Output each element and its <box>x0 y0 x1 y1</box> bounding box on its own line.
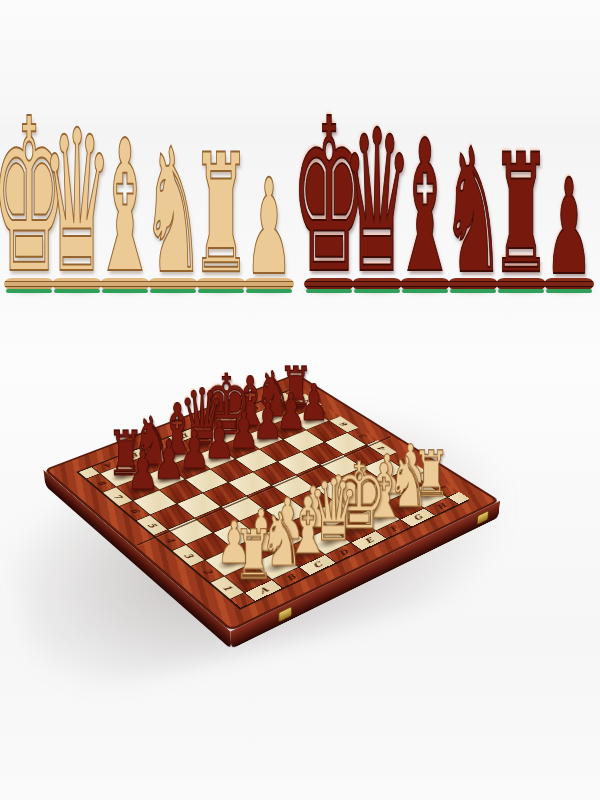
felt-base <box>546 289 592 293</box>
lineup-white_set-rook: ♜ <box>197 112 245 294</box>
coordinate-label: 6 <box>128 507 141 514</box>
coordinate-label: F <box>387 525 400 533</box>
coordinate-label: 3 <box>181 552 195 560</box>
coordinate-label: 1 <box>220 584 234 592</box>
coordinate-label: 6 <box>338 421 350 427</box>
pawn-piece: ♟ <box>245 176 292 279</box>
felt-base <box>450 289 496 293</box>
coordinate-label: 8 <box>95 480 108 487</box>
lineup-white-set: ♚♛♝♞♜♟ <box>5 112 293 294</box>
coordinate-label: A <box>256 586 270 595</box>
piece-red-pawn-a7: ♟ <box>126 449 158 493</box>
felt-base <box>198 289 244 293</box>
felt-base <box>102 289 148 293</box>
coordinate-label: G <box>411 513 425 521</box>
lineup-white_set-pawn: ♟ <box>245 112 293 294</box>
coordinate-label: E <box>362 537 376 545</box>
coordinate-label: 5 <box>356 433 368 439</box>
coordinate-label: H <box>434 502 449 510</box>
felt-base <box>246 289 292 293</box>
square-d5 <box>229 472 271 495</box>
coordinate-label: 4 <box>163 536 177 544</box>
brass-clasp <box>278 606 291 622</box>
piece-white-rook-a1: ♜ <box>234 528 275 583</box>
rook-piece: ♜ <box>192 151 251 279</box>
lineup-red-set: ♚♛♝♞♜♟ <box>305 112 593 294</box>
board-scene: ABCDEFGH8♜♞♝♛♚♝♞♜87♟♟♟♟♟♟♟♟7665544332♟♟♟… <box>0 295 600 695</box>
felt-base <box>150 289 196 293</box>
product-photo: ♚♛♝♞♜♟ ♚♛♝♞♜♟ ABCDEFGH8♜♞♝♛♚♝♞♜87♟♟♟♟♟♟♟… <box>0 0 600 800</box>
lineup-white_set-knight: ♞ <box>149 112 197 294</box>
coordinate-label: 5 <box>145 521 159 528</box>
coordinate-label: C <box>310 561 324 570</box>
felt-base <box>402 289 448 293</box>
lineup-red_set-pawn: ♟ <box>545 112 593 294</box>
lineup-red_set-knight: ♞ <box>449 112 497 294</box>
felt-base <box>498 289 544 293</box>
lineup-red_set-rook: ♜ <box>497 112 545 294</box>
coordinate-label: D <box>336 548 351 557</box>
coordinate-label: 2 <box>200 567 214 575</box>
brass-clasp <box>477 510 489 525</box>
rook-piece: ♜ <box>492 151 551 279</box>
pawn-piece: ♟ <box>545 176 592 279</box>
coordinate-label: 7 <box>111 493 124 500</box>
coordinate-label: B <box>284 573 299 582</box>
